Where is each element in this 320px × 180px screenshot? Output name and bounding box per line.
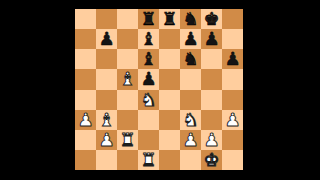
square-c8 [117,9,138,29]
video-frame: ♜♜♞♚♟♝♟♟♝♞♟♝♟♞♟♝♞♟♟♜♟♟♜♚ [0,0,320,180]
square-f5 [180,69,201,89]
square-h1 [222,150,243,170]
piece-white-king: ♚ [203,150,219,170]
square-a3: ♟ [75,110,96,130]
square-d2 [138,130,159,150]
square-b7: ♟ [96,29,117,49]
square-h5 [222,69,243,89]
square-d7: ♝ [138,29,159,49]
piece-black-pawn: ♟ [203,29,219,49]
square-b8 [96,9,117,29]
square-a1 [75,150,96,170]
square-b4 [96,90,117,110]
square-c6 [117,49,138,69]
square-c3 [117,110,138,130]
piece-white-pawn: ♟ [77,110,93,130]
piece-white-bishop: ♝ [98,110,114,130]
square-a2 [75,130,96,150]
square-f3: ♞ [180,110,201,130]
square-g6 [201,49,222,69]
square-b1 [96,150,117,170]
square-b2: ♟ [96,130,117,150]
square-e2 [159,130,180,150]
piece-white-pawn: ♟ [224,110,240,130]
square-b6 [96,49,117,69]
square-d6: ♝ [138,49,159,69]
square-d4: ♞ [138,90,159,110]
square-f6: ♞ [180,49,201,69]
square-g2: ♟ [201,130,222,150]
piece-black-bishop: ♝ [140,49,156,69]
square-e7 [159,29,180,49]
square-e3 [159,110,180,130]
square-f2: ♟ [180,130,201,150]
square-g4 [201,90,222,110]
piece-black-bishop: ♝ [140,29,156,49]
piece-black-rook: ♜ [140,9,156,29]
square-c5: ♝ [117,69,138,89]
square-a7 [75,29,96,49]
square-g5 [201,69,222,89]
square-d8: ♜ [138,9,159,29]
piece-white-knight: ♞ [182,110,198,130]
square-h7 [222,29,243,49]
square-f4 [180,90,201,110]
piece-black-knight: ♞ [182,49,198,69]
square-h8 [222,9,243,29]
chess-board: ♜♜♞♚♟♝♟♟♝♞♟♝♟♞♟♝♞♟♟♜♟♟♜♚ [75,9,243,170]
square-c7 [117,29,138,49]
piece-black-pawn: ♟ [182,29,198,49]
square-g1: ♚ [201,150,222,170]
piece-black-knight: ♞ [182,9,198,29]
piece-white-pawn: ♟ [98,130,114,150]
square-h2 [222,130,243,150]
square-h3: ♟ [222,110,243,130]
square-b5 [96,69,117,89]
piece-black-rook: ♜ [161,9,177,29]
piece-black-pawn: ♟ [224,49,240,69]
square-c4 [117,90,138,110]
piece-white-bishop: ♝ [119,69,135,89]
square-e1 [159,150,180,170]
piece-white-pawn: ♟ [203,130,219,150]
piece-white-rook: ♜ [140,150,156,170]
square-h4 [222,90,243,110]
square-c2: ♜ [117,130,138,150]
square-d3 [138,110,159,130]
square-f7: ♟ [180,29,201,49]
square-d5: ♟ [138,69,159,89]
square-e4 [159,90,180,110]
piece-black-king: ♚ [203,9,219,29]
piece-white-pawn: ♟ [182,130,198,150]
square-e8: ♜ [159,9,180,29]
piece-white-knight: ♞ [140,90,156,110]
square-a5 [75,69,96,89]
piece-white-rook: ♜ [119,130,135,150]
square-e6 [159,49,180,69]
square-a8 [75,9,96,29]
square-f1 [180,150,201,170]
square-g7: ♟ [201,29,222,49]
piece-black-pawn: ♟ [98,29,114,49]
square-h6: ♟ [222,49,243,69]
square-f8: ♞ [180,9,201,29]
square-a4 [75,90,96,110]
piece-black-pawn: ♟ [140,69,156,89]
square-a6 [75,49,96,69]
square-d1: ♜ [138,150,159,170]
square-g3 [201,110,222,130]
square-g8: ♚ [201,9,222,29]
square-e5 [159,69,180,89]
square-b3: ♝ [96,110,117,130]
square-c1 [117,150,138,170]
